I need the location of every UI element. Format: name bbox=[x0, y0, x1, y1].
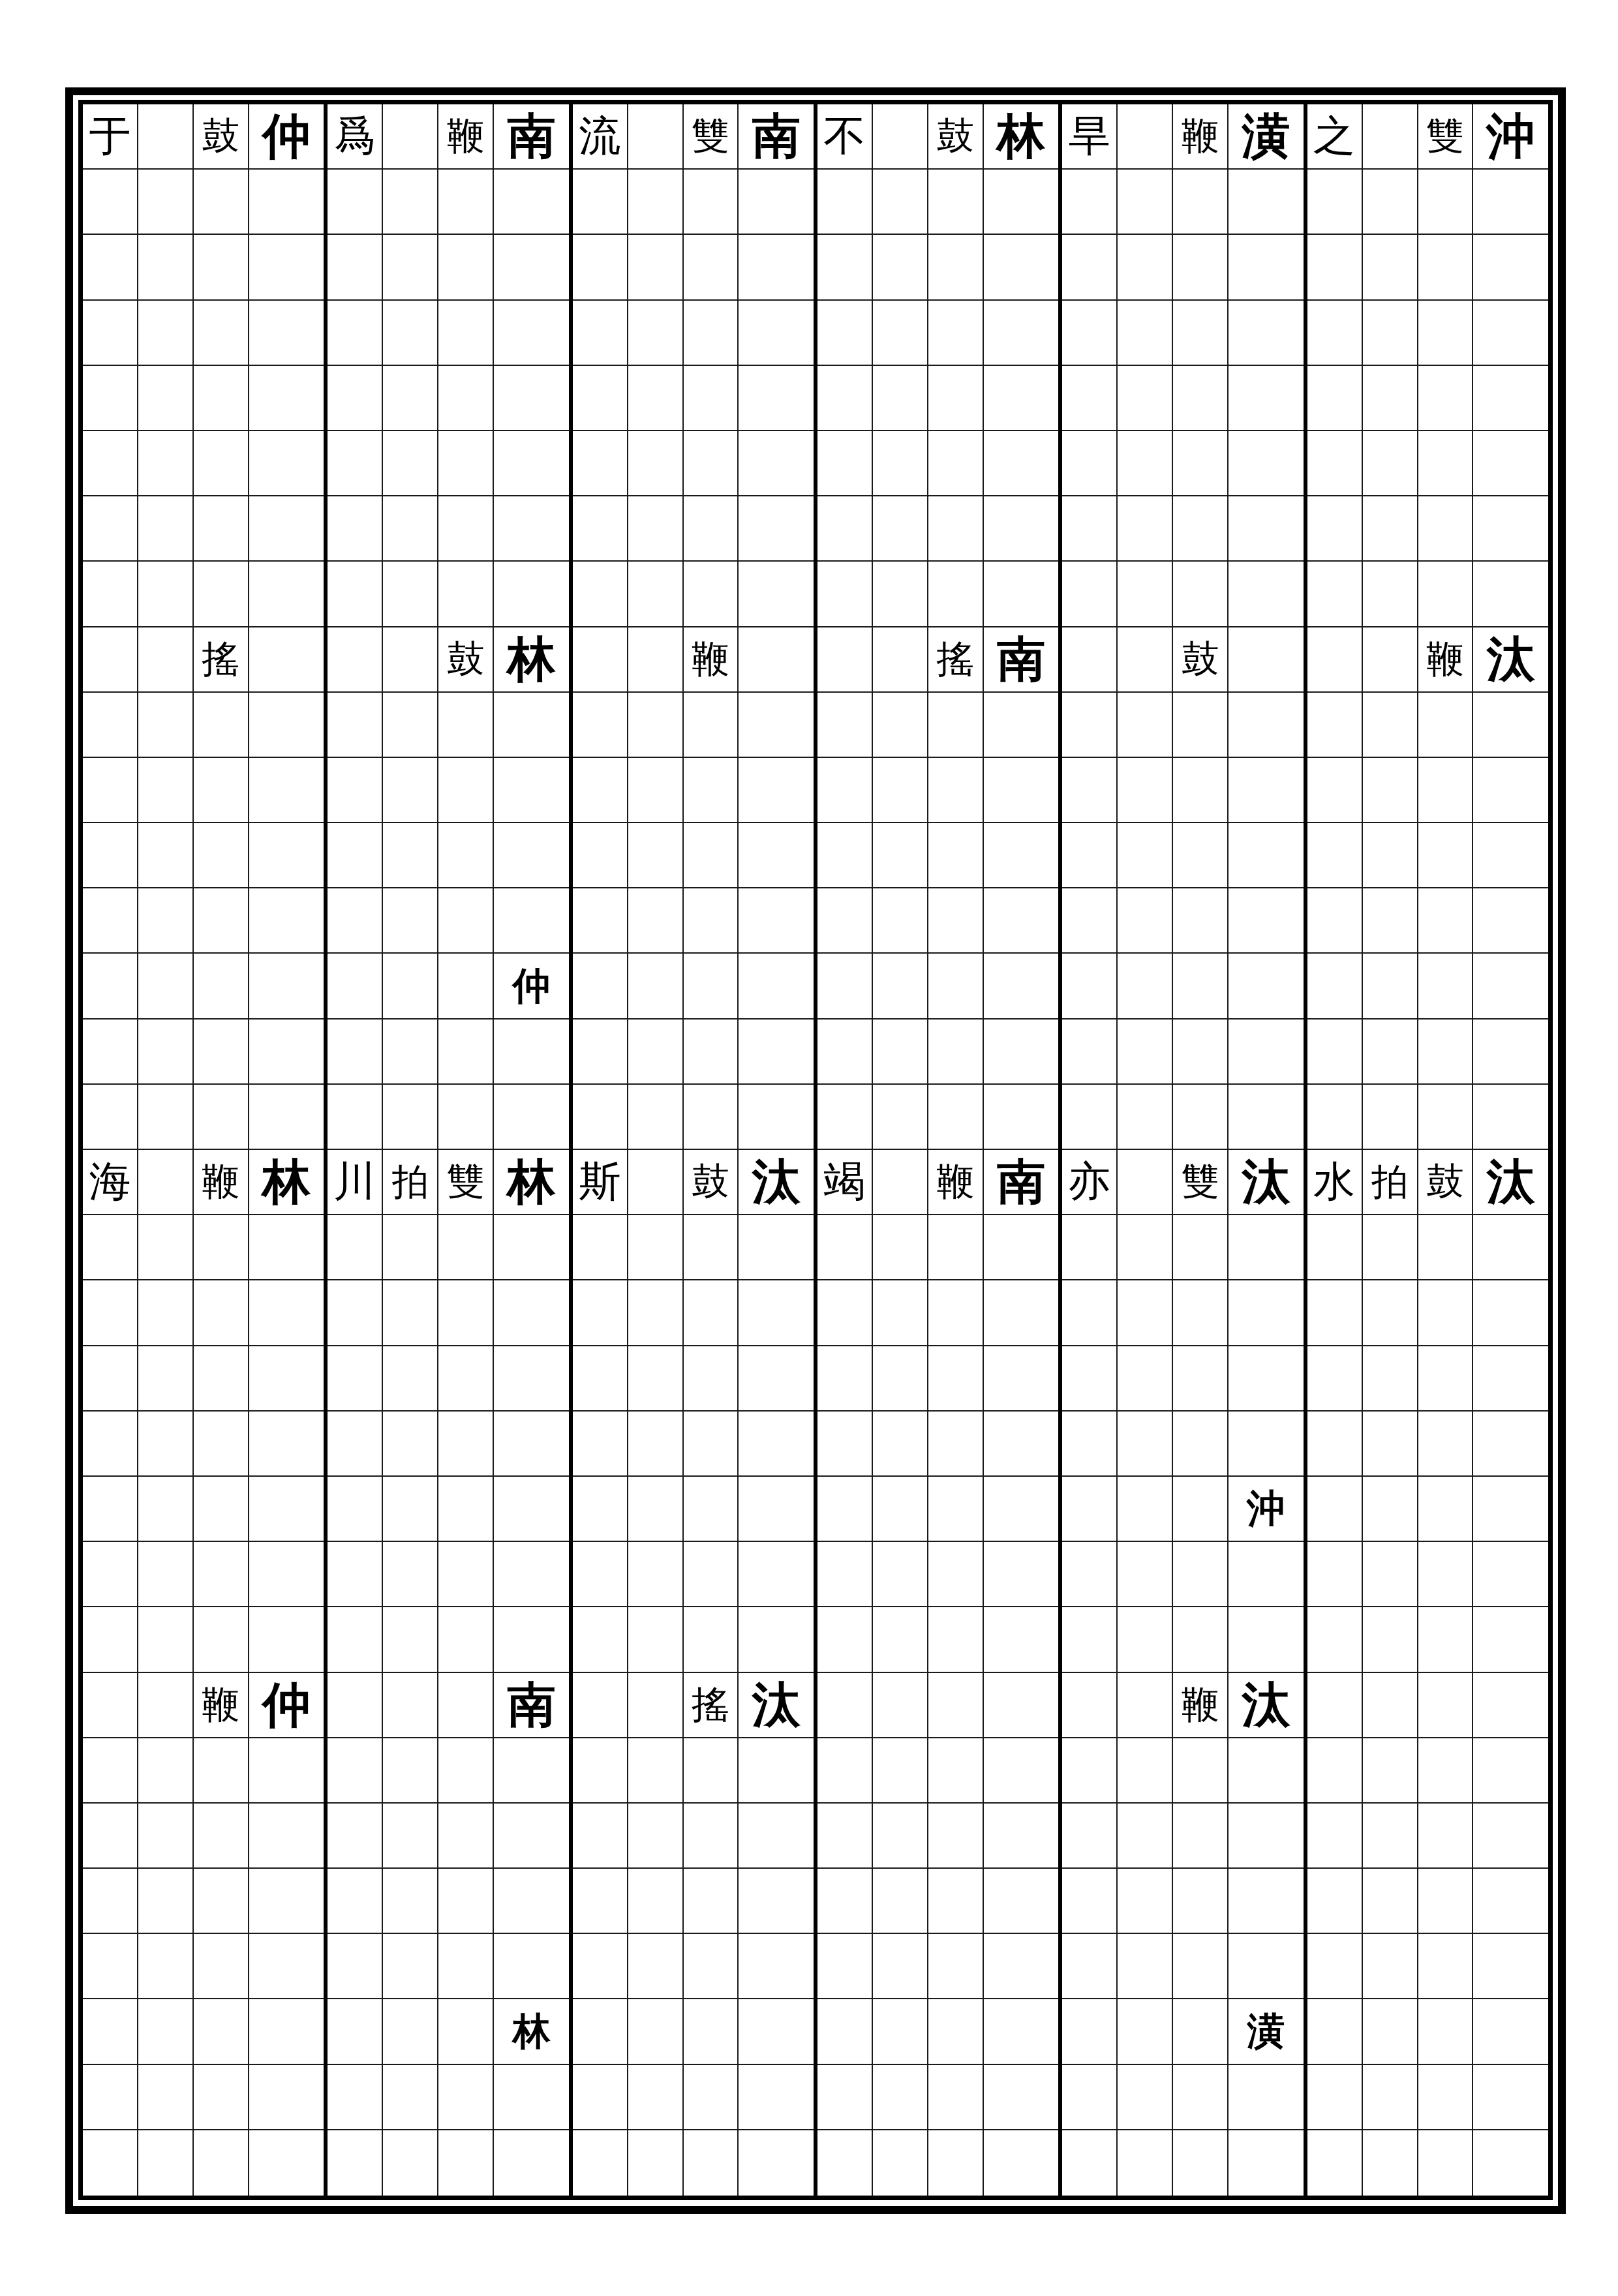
jeonggan-cell-c6s4r24 bbox=[1473, 1607, 1548, 1672]
jeonggan-cell-c3s2r14 bbox=[628, 954, 684, 1019]
jeonggan-cell-c1s2r25 bbox=[138, 1673, 194, 1738]
jeonggan-cell-c6s3r18 bbox=[1418, 1215, 1474, 1280]
jeonggan-cell-c4s1r5 bbox=[817, 366, 873, 431]
jeonggan-cell-c2s4r6 bbox=[494, 431, 568, 496]
jeonggan-cell-c2s3r16 bbox=[438, 1085, 494, 1150]
pitch-char: 南 bbox=[997, 1158, 1045, 1206]
jeonggan-cell-c5s2r24 bbox=[1118, 1607, 1173, 1672]
jeonggan-cell-c6s1r28 bbox=[1307, 1869, 1363, 1934]
jeonggan-cell-c5s1r7 bbox=[1062, 496, 1118, 562]
jeonggan-cell-c2s1r24 bbox=[328, 1607, 383, 1672]
jeonggan-cell-c5s2r27 bbox=[1118, 1804, 1173, 1869]
jeonggan-cell-c4s4r20 bbox=[984, 1346, 1058, 1412]
jeonggan-cell-c5s4r20 bbox=[1229, 1346, 1303, 1412]
jeonggan-cell-c1s1r6 bbox=[83, 431, 138, 496]
jeonggan-cell-c6s1r1: 之 bbox=[1307, 104, 1363, 170]
jeonggan-cell-c5s3r26 bbox=[1173, 1738, 1229, 1804]
jeonggan-cell-c5s1r8 bbox=[1062, 562, 1118, 627]
jeonggan-cell-c2s2r10 bbox=[383, 693, 438, 758]
jeonggan-cell-c2s4r17: 林 bbox=[494, 1150, 568, 1215]
jeonggan-cell-c5s2r6 bbox=[1118, 431, 1173, 496]
jeonggan-cell-c1s2r1 bbox=[138, 104, 194, 170]
jeonggan-cell-c2s4r11 bbox=[494, 758, 568, 823]
jeonggan-cell-c4s2r15 bbox=[873, 1020, 928, 1085]
jeonggan-cell-c3s3r16 bbox=[684, 1085, 739, 1150]
jeonggan-cell-c5s4r7 bbox=[1229, 496, 1303, 562]
jeonggan-cell-c5s4r22: 沖 bbox=[1229, 1477, 1303, 1542]
jeonggan-cell-c3s1r14 bbox=[573, 954, 628, 1019]
jeonggan-cell-c3s4r26 bbox=[739, 1738, 813, 1804]
jeonggan-cell-c1s4r20 bbox=[249, 1346, 324, 1412]
jeonggan-cell-c6s4r8 bbox=[1473, 562, 1548, 627]
jeonggan-cell-c2s1r22 bbox=[328, 1477, 383, 1542]
jeonggan-cell-c6s1r26 bbox=[1307, 1738, 1363, 1804]
jeonggan-cell-c5s1r6 bbox=[1062, 431, 1118, 496]
jeonggan-cell-c2s4r16 bbox=[494, 1085, 568, 1150]
jeonggan-cell-c3s4r24 bbox=[739, 1607, 813, 1672]
jeonggan-cell-c2s4r3 bbox=[494, 235, 568, 300]
jeonggan-cell-c6s4r11 bbox=[1473, 758, 1548, 823]
jeonggan-cell-c3s2r18 bbox=[628, 1215, 684, 1280]
jeonggan-cell-c4s1r32 bbox=[817, 2130, 873, 2196]
jeonggan-cell-c4s2r4 bbox=[873, 301, 928, 366]
pitch-char: 南 bbox=[507, 1681, 555, 1729]
jeonggan-cell-c1s1r31 bbox=[83, 2065, 138, 2130]
jeonggan-cell-c3s3r2 bbox=[684, 170, 739, 235]
jeonggan-cell-c3s1r25 bbox=[573, 1673, 628, 1738]
jeonggan-cell-c3s3r17: 鼓 bbox=[684, 1150, 739, 1215]
jeonggan-cell-c5s2r5 bbox=[1118, 366, 1173, 431]
jeonggan-cell-c3s4r32 bbox=[739, 2130, 813, 2196]
jeonggan-cell-c5s3r25: 鞭 bbox=[1173, 1673, 1229, 1738]
pitch-char-small: 沖 bbox=[1247, 1490, 1285, 1528]
jeonggan-cell-c4s4r4 bbox=[984, 301, 1058, 366]
jeonggan-cell-c3s3r21 bbox=[684, 1412, 739, 1477]
lyric-char: 海 bbox=[89, 1161, 130, 1203]
jeonggan-cell-c5s1r11 bbox=[1062, 758, 1118, 823]
pitch-char: 汰 bbox=[752, 1158, 801, 1206]
jeonggan-cell-c3s1r8 bbox=[573, 562, 628, 627]
jeonggan-cell-c6s2r25 bbox=[1363, 1673, 1418, 1738]
jeonggan-cell-c3s1r20 bbox=[573, 1346, 628, 1412]
jeonggan-cell-c4s4r8 bbox=[984, 562, 1058, 627]
jeonggan-cell-c2s1r6 bbox=[328, 431, 383, 496]
jeonggan-cell-c4s2r19 bbox=[873, 1280, 928, 1346]
jeonggan-cell-c3s3r14 bbox=[684, 954, 739, 1019]
jeonggan-cell-c5s4r8 bbox=[1229, 562, 1303, 627]
jeonggan-cell-c6s2r27 bbox=[1363, 1804, 1418, 1869]
jeonggan-cell-c5s2r15 bbox=[1118, 1020, 1173, 1085]
jeonggan-cell-c1s4r3 bbox=[249, 235, 324, 300]
jeonggan-cell-c3s3r23 bbox=[684, 1542, 739, 1607]
jeonggan-cell-c4s3r26 bbox=[928, 1738, 984, 1804]
janggu-stroke-char: 鼓 bbox=[936, 117, 974, 155]
jeonggan-cell-c5s1r26 bbox=[1062, 1738, 1118, 1804]
jeonggan-cell-c1s3r8 bbox=[194, 562, 249, 627]
jeonggan-cell-c4s2r20 bbox=[873, 1346, 928, 1412]
jeonggan-cell-c6s4r13 bbox=[1473, 888, 1548, 954]
jeonggan-cell-c1s4r12 bbox=[249, 823, 324, 888]
jeonggan-cell-c3s3r26 bbox=[684, 1738, 739, 1804]
jeonggan-cell-c1s1r8 bbox=[83, 562, 138, 627]
jeonggan-cell-c3s4r18 bbox=[739, 1215, 813, 1280]
jeonggan-cell-c5s3r2 bbox=[1173, 170, 1229, 235]
jeonggan-cell-c6s1r10 bbox=[1307, 693, 1363, 758]
jeonggan-cell-c1s4r1: 仲 bbox=[249, 104, 324, 170]
jeonggan-cell-c5s4r24 bbox=[1229, 1607, 1303, 1672]
janggu-stroke-char: 鞭 bbox=[692, 641, 729, 678]
jeonggan-cell-c1s3r17: 鞭 bbox=[194, 1150, 249, 1215]
jeonggan-cell-c1s3r3 bbox=[194, 235, 249, 300]
jeonggan-cell-c4s4r14 bbox=[984, 954, 1058, 1019]
jeonggan-cell-c5s4r10 bbox=[1229, 693, 1303, 758]
janggu-stroke-char: 鼓 bbox=[447, 641, 485, 678]
janggu-stroke-char: 鞭 bbox=[202, 1163, 239, 1201]
jeonggan-cell-c5s2r11 bbox=[1118, 758, 1173, 823]
jeonggan-cell-c4s1r8 bbox=[817, 562, 873, 627]
jeonggan-cell-c2s3r22 bbox=[438, 1477, 494, 1542]
jeonggan-cell-c3s3r18 bbox=[684, 1215, 739, 1280]
major-column-4: 不鼓林搖南竭鞭南 bbox=[817, 104, 1062, 2196]
jeonggan-cell-c3s1r3 bbox=[573, 235, 628, 300]
jeonggan-cell-c3s1r12 bbox=[573, 823, 628, 888]
jeonggan-cell-c6s2r24 bbox=[1363, 1607, 1418, 1672]
jeonggan-cell-c2s1r29 bbox=[328, 1934, 383, 1999]
jeonggan-cell-c2s2r15 bbox=[383, 1020, 438, 1085]
jeonggan-cell-c5s1r30 bbox=[1062, 1999, 1118, 2064]
jeonggan-cell-c2s1r30 bbox=[328, 1999, 383, 2064]
jeonggan-cell-c5s1r10 bbox=[1062, 693, 1118, 758]
jeonggan-cell-c6s1r25 bbox=[1307, 1673, 1363, 1738]
jeonggan-cell-c2s1r26 bbox=[328, 1738, 383, 1804]
jeonggan-cell-c2s4r28 bbox=[494, 1869, 568, 1934]
jeonggan-cell-c6s3r21 bbox=[1418, 1412, 1474, 1477]
jeonggan-cell-c5s2r20 bbox=[1118, 1346, 1173, 1412]
jeonggan-cell-c4s2r5 bbox=[873, 366, 928, 431]
jeonggan-cell-c4s4r13 bbox=[984, 888, 1058, 954]
jeonggan-cell-c4s1r18 bbox=[817, 1215, 873, 1280]
jeonggan-cell-c3s3r27 bbox=[684, 1804, 739, 1869]
jeonggan-cell-c2s4r15 bbox=[494, 1020, 568, 1085]
jeonggan-cell-c2s3r26 bbox=[438, 1738, 494, 1804]
jeonggan-cell-c1s1r24 bbox=[83, 1607, 138, 1672]
jeonggan-cell-c3s3r7 bbox=[684, 496, 739, 562]
lyric-char: 水 bbox=[1313, 1161, 1355, 1203]
jeonggan-cell-c1s3r2 bbox=[194, 170, 249, 235]
jeonggan-cell-c2s4r29 bbox=[494, 1934, 568, 1999]
jeonggan-cell-c3s1r4 bbox=[573, 301, 628, 366]
jeonggan-cell-c5s2r2 bbox=[1118, 170, 1173, 235]
jeonggan-cell-c1s4r29 bbox=[249, 1934, 324, 1999]
major-column-2: 爲鞭南鼓林仲川拍雙林南林 bbox=[328, 104, 572, 2196]
jeonggan-cell-c5s4r31 bbox=[1229, 2065, 1303, 2130]
jeonggan-cell-c5s2r13 bbox=[1118, 888, 1173, 954]
jeonggan-cell-c3s2r31 bbox=[628, 2065, 684, 2130]
pitch-char: 林 bbox=[997, 112, 1045, 160]
jeonggan-cell-c6s2r2 bbox=[1363, 170, 1418, 235]
jeonggan-cell-c2s1r1: 爲 bbox=[328, 104, 383, 170]
jeonggan-cell-c5s3r17: 雙 bbox=[1173, 1150, 1229, 1215]
jeonggan-cell-c1s2r5 bbox=[138, 366, 194, 431]
jeonggan-cell-c5s3r14 bbox=[1173, 954, 1229, 1019]
jeonggan-cell-c4s1r15 bbox=[817, 1020, 873, 1085]
jeonggan-cell-c6s4r14 bbox=[1473, 954, 1548, 1019]
jeonggan-cell-c4s1r30 bbox=[817, 1999, 873, 2064]
jeonggan-cell-c2s2r31 bbox=[383, 2065, 438, 2130]
jeonggan-cell-c4s2r14 bbox=[873, 954, 928, 1019]
jeonggan-cell-c4s1r16 bbox=[817, 1085, 873, 1150]
jeonggan-cell-c5s3r18 bbox=[1173, 1215, 1229, 1280]
jeonggan-cell-c1s2r31 bbox=[138, 2065, 194, 2130]
jeonggan-cell-c6s3r31 bbox=[1418, 2065, 1474, 2130]
jeonggan-cell-c3s4r15 bbox=[739, 1020, 813, 1085]
jeonggan-cell-c6s4r6 bbox=[1473, 431, 1548, 496]
jeonggan-cell-c6s1r32 bbox=[1307, 2130, 1363, 2196]
jeonggan-cell-c2s4r12 bbox=[494, 823, 568, 888]
jeonggan-cell-c1s1r10 bbox=[83, 693, 138, 758]
major-column-5: 旱鞭潢鼓亦雙汰沖鞭汰潢 bbox=[1062, 104, 1307, 2196]
major-column-6: 之雙沖鞭汰水拍鼓汰 bbox=[1307, 104, 1548, 2196]
jeonggan-cell-c6s4r29 bbox=[1473, 1934, 1548, 1999]
jeonggan-cell-c4s4r7 bbox=[984, 496, 1058, 562]
jeonggan-cell-c2s2r25 bbox=[383, 1673, 438, 1738]
jeonggan-cell-c5s1r4 bbox=[1062, 301, 1118, 366]
janggu-stroke-char: 鞭 bbox=[1426, 641, 1464, 678]
jeonggan-cell-c4s4r22 bbox=[984, 1477, 1058, 1542]
jeonggan-cell-c4s4r1: 林 bbox=[984, 104, 1058, 170]
jeonggan-cell-c4s3r16 bbox=[928, 1085, 984, 1150]
jeonggan-cell-c3s1r9 bbox=[573, 627, 628, 693]
jeonggan-cell-c2s4r4 bbox=[494, 301, 568, 366]
jeonggan-cell-c3s1r1: 流 bbox=[573, 104, 628, 170]
jeonggan-cell-c2s2r19 bbox=[383, 1280, 438, 1346]
jeonggan-cell-c6s2r7 bbox=[1363, 496, 1418, 562]
jeonggan-cell-c4s4r10 bbox=[984, 693, 1058, 758]
jeonggan-cell-c3s3r6 bbox=[684, 431, 739, 496]
jeonggan-cell-c3s3r25: 搖 bbox=[684, 1673, 739, 1738]
jeonggan-cell-c3s1r18 bbox=[573, 1215, 628, 1280]
bak-char: 拍 bbox=[1371, 1164, 1408, 1200]
jeonggan-cell-c1s4r2 bbox=[249, 170, 324, 235]
jeonggan-cell-c1s3r5 bbox=[194, 366, 249, 431]
jeonggan-cell-c6s2r10 bbox=[1363, 693, 1418, 758]
jeonggan-cell-c1s2r8 bbox=[138, 562, 194, 627]
jeonggan-cell-c5s4r6 bbox=[1229, 431, 1303, 496]
jeonggan-cell-c5s4r1: 潢 bbox=[1229, 104, 1303, 170]
jeonggan-cell-c5s3r28 bbox=[1173, 1869, 1229, 1934]
jeonggan-cell-c3s2r29 bbox=[628, 1934, 684, 1999]
jeonggan-cell-c4s1r21 bbox=[817, 1412, 873, 1477]
jeonggan-cell-c3s4r1: 南 bbox=[739, 104, 813, 170]
jeonggan-cell-c5s2r17 bbox=[1118, 1150, 1173, 1215]
jeonggan-cell-c1s1r14 bbox=[83, 954, 138, 1019]
jeonggan-cell-c6s2r1 bbox=[1363, 104, 1418, 170]
jeonggan-cell-c5s1r24 bbox=[1062, 1607, 1118, 1672]
jeonggan-cell-c2s2r13 bbox=[383, 888, 438, 954]
jeonggan-cell-c4s4r21 bbox=[984, 1412, 1058, 1477]
jeonggan-cell-c6s4r16 bbox=[1473, 1085, 1548, 1150]
jeonggan-cell-c6s4r12 bbox=[1473, 823, 1548, 888]
janggu-stroke-char: 鼓 bbox=[1182, 641, 1219, 678]
jeonggan-cell-c1s1r16 bbox=[83, 1085, 138, 1150]
jeonggan-cell-c2s4r25: 南 bbox=[494, 1673, 568, 1738]
jeonggan-cell-c2s4r32 bbox=[494, 2130, 568, 2196]
jeonggan-cell-c2s3r3 bbox=[438, 235, 494, 300]
jeonggan-cell-c2s1r20 bbox=[328, 1346, 383, 1412]
jeonggan-cell-c5s2r1 bbox=[1118, 104, 1173, 170]
jeonggan-cell-c5s4r3 bbox=[1229, 235, 1303, 300]
jeonggan-cell-c6s3r13 bbox=[1418, 888, 1474, 954]
pitch-char: 沖 bbox=[1487, 112, 1535, 160]
jeonggan-cell-c6s2r3 bbox=[1363, 235, 1418, 300]
jeonggan-cell-c4s2r1 bbox=[873, 104, 928, 170]
pitch-char: 南 bbox=[752, 112, 801, 160]
jeonggan-cell-c4s1r4 bbox=[817, 301, 873, 366]
jeonggan-cell-c5s1r14 bbox=[1062, 954, 1118, 1019]
jeonggan-cell-c3s2r28 bbox=[628, 1869, 684, 1934]
jeonggan-cell-c1s4r10 bbox=[249, 693, 324, 758]
jeonggan-cell-c1s2r14 bbox=[138, 954, 194, 1019]
jeonggan-cell-c6s3r4 bbox=[1418, 301, 1474, 366]
jeonggan-cell-c3s2r16 bbox=[628, 1085, 684, 1150]
jeonggan-cell-c5s4r21 bbox=[1229, 1412, 1303, 1477]
jeonggan-cell-c1s1r22 bbox=[83, 1477, 138, 1542]
jeonggan-cell-c5s3r6 bbox=[1173, 431, 1229, 496]
jeonggan-cell-c1s1r23 bbox=[83, 1542, 138, 1607]
jeonggan-cell-c6s3r2 bbox=[1418, 170, 1474, 235]
jeonggan-cell-c1s3r18 bbox=[194, 1215, 249, 1280]
jeonggan-cell-c5s1r27 bbox=[1062, 1804, 1118, 1869]
jeonggan-cell-c3s1r16 bbox=[573, 1085, 628, 1150]
jeonggan-cell-c1s1r20 bbox=[83, 1346, 138, 1412]
jeonggan-cell-c1s3r21 bbox=[194, 1412, 249, 1477]
jeonggan-cell-c6s1r12 bbox=[1307, 823, 1363, 888]
jeonggan-cell-c4s3r29 bbox=[928, 1934, 984, 1999]
jeonggan-cell-c2s3r4 bbox=[438, 301, 494, 366]
jeonggan-cell-c3s2r22 bbox=[628, 1477, 684, 1542]
jeonggan-cell-c2s2r20 bbox=[383, 1346, 438, 1412]
jeonggan-cell-c1s1r1: 于 bbox=[83, 104, 138, 170]
jeonggan-cell-c1s4r27 bbox=[249, 1804, 324, 1869]
jeonggan-cell-c3s2r32 bbox=[628, 2130, 684, 2196]
jeonggan-cell-c2s3r14 bbox=[438, 954, 494, 1019]
jeonggan-cell-c1s4r19 bbox=[249, 1280, 324, 1346]
jeonggan-cell-c2s1r25 bbox=[328, 1673, 383, 1738]
jeonggan-cell-c2s4r5 bbox=[494, 366, 568, 431]
jeonggan-cell-c2s2r7 bbox=[383, 496, 438, 562]
jeonggan-cell-c1s3r24 bbox=[194, 1607, 249, 1672]
pitch-char: 南 bbox=[997, 635, 1045, 684]
jeonggan-cell-c3s3r31 bbox=[684, 2065, 739, 2130]
jeonggan-cell-c2s4r13 bbox=[494, 888, 568, 954]
janggu-stroke-char: 鞭 bbox=[1182, 117, 1219, 155]
jeonggan-cell-c4s4r19 bbox=[984, 1280, 1058, 1346]
jeonggan-cell-c4s4r17: 南 bbox=[984, 1150, 1058, 1215]
jeonggan-cell-c3s2r26 bbox=[628, 1738, 684, 1804]
jeonggan-cell-c6s3r28 bbox=[1418, 1869, 1474, 1934]
jeonggan-cell-c4s2r3 bbox=[873, 235, 928, 300]
jeonggan-cell-c6s4r20 bbox=[1473, 1346, 1548, 1412]
janggu-stroke-char: 鞭 bbox=[936, 1163, 974, 1201]
jeonggan-cell-c6s2r29 bbox=[1363, 1934, 1418, 1999]
jeonggan-cell-c4s4r32 bbox=[984, 2130, 1058, 2196]
jeonggan-cell-c4s3r9: 搖 bbox=[928, 627, 984, 693]
jeonggan-cell-c2s2r2 bbox=[383, 170, 438, 235]
jeonggan-cell-c2s3r24 bbox=[438, 1607, 494, 1672]
jeonggan-cell-c5s1r31 bbox=[1062, 2065, 1118, 2130]
jeonggan-cell-c3s2r13 bbox=[628, 888, 684, 954]
jeonggan-cell-c4s4r5 bbox=[984, 366, 1058, 431]
lyric-char: 不 bbox=[823, 115, 865, 157]
jeonggan-cell-c2s3r25 bbox=[438, 1673, 494, 1738]
jeonggan-cell-c5s3r20 bbox=[1173, 1346, 1229, 1412]
jeonggan-cell-c1s2r12 bbox=[138, 823, 194, 888]
jeonggan-cell-c2s3r20 bbox=[438, 1346, 494, 1412]
jeonggan-cell-c1s1r19 bbox=[83, 1280, 138, 1346]
jeonggan-cell-c6s3r10 bbox=[1418, 693, 1474, 758]
lyric-char: 爲 bbox=[334, 115, 376, 157]
jeonggan-cell-c3s2r1 bbox=[628, 104, 684, 170]
jeonggan-cell-c1s1r17: 海 bbox=[83, 1150, 138, 1215]
jeonggan-cell-c4s3r6 bbox=[928, 431, 984, 496]
jeonggan-cell-c3s3r10 bbox=[684, 693, 739, 758]
jeonggan-cell-c2s1r5 bbox=[328, 366, 383, 431]
jeonggan-cell-c5s2r26 bbox=[1118, 1738, 1173, 1804]
jeonggan-cell-c6s3r15 bbox=[1418, 1020, 1474, 1085]
jeonggan-cell-c1s2r9 bbox=[138, 627, 194, 693]
jeonggan-cell-c4s3r25 bbox=[928, 1673, 984, 1738]
jeonggan-cell-c3s2r12 bbox=[628, 823, 684, 888]
jeonggan-cell-c4s4r12 bbox=[984, 823, 1058, 888]
jeonggan-cell-c6s4r25 bbox=[1473, 1673, 1548, 1738]
jeonggan-cell-c4s2r11 bbox=[873, 758, 928, 823]
jeonggan-cell-c5s2r29 bbox=[1118, 1934, 1173, 1999]
jeonggan-cell-c6s1r9 bbox=[1307, 627, 1363, 693]
jeonggan-cell-c4s2r22 bbox=[873, 1477, 928, 1542]
jeonggan-cell-c3s4r31 bbox=[739, 2065, 813, 2130]
jeonggan-cell-c6s3r25 bbox=[1418, 1673, 1474, 1738]
jeonggan-cell-c6s3r14 bbox=[1418, 954, 1474, 1019]
jeonggan-cell-c4s3r3 bbox=[928, 235, 984, 300]
jeonggan-cell-c1s1r25 bbox=[83, 1673, 138, 1738]
jeonggan-cell-c5s1r1: 旱 bbox=[1062, 104, 1118, 170]
jeonggan-cell-c2s4r10 bbox=[494, 693, 568, 758]
pitch-char-small: 仲 bbox=[512, 967, 550, 1005]
jeonggan-cell-c5s2r3 bbox=[1118, 235, 1173, 300]
jeonggan-cell-c6s4r1: 沖 bbox=[1473, 104, 1548, 170]
jeonggan-cell-c3s1r32 bbox=[573, 2130, 628, 2196]
jeonggan-cell-c6s3r3 bbox=[1418, 235, 1474, 300]
jeonggan-cell-c1s2r26 bbox=[138, 1738, 194, 1804]
lyric-char: 斯 bbox=[579, 1161, 620, 1203]
jeonggan-cell-c6s2r9 bbox=[1363, 627, 1418, 693]
jeonggan-cell-c4s4r9: 南 bbox=[984, 627, 1058, 693]
jeonggan-cell-c1s3r19 bbox=[194, 1280, 249, 1346]
jeonggan-cell-c5s2r14 bbox=[1118, 954, 1173, 1019]
jeonggan-cell-c2s2r28 bbox=[383, 1869, 438, 1934]
jeonggan-cell-c2s4r2 bbox=[494, 170, 568, 235]
jeonggan-cell-c4s2r16 bbox=[873, 1085, 928, 1150]
jeonggan-cell-c6s2r19 bbox=[1363, 1280, 1418, 1346]
jeonggan-cell-c4s4r23 bbox=[984, 1542, 1058, 1607]
jeonggan-cell-c3s4r3 bbox=[739, 235, 813, 300]
jeonggan-cell-c3s3r1: 雙 bbox=[684, 104, 739, 170]
jeonggan-cell-c1s3r30 bbox=[194, 1999, 249, 2064]
jeonggan-cell-c1s2r29 bbox=[138, 1934, 194, 1999]
jeonggan-cell-c2s2r30 bbox=[383, 1999, 438, 2064]
jeonggan-cell-c4s1r19 bbox=[817, 1280, 873, 1346]
jeonggan-cell-c5s4r9 bbox=[1229, 627, 1303, 693]
